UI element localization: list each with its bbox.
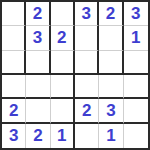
cell-r2c4[interactable] [75,26,99,50]
cell-r6c6[interactable] [124,124,148,148]
cell-r6c5[interactable]: 1 [99,124,123,148]
cell-r1c2[interactable]: 2 [26,2,50,26]
cell-r4c6[interactable] [124,75,148,99]
cell-r6c4[interactable] [75,124,99,148]
cell-r2c3[interactable]: 2 [51,26,75,50]
cell-r2c1[interactable] [2,26,26,50]
cell-r3c1[interactable] [2,51,26,75]
cell-r3c5[interactable] [99,51,123,75]
cell-r5c3[interactable] [51,99,75,123]
cell-r5c5[interactable]: 3 [99,99,123,123]
cell-r6c2[interactable]: 2 [26,124,50,148]
cell-r5c6[interactable] [124,99,148,123]
cell-r4c4[interactable] [75,75,99,99]
cell-r5c1[interactable]: 2 [2,99,26,123]
cell-r5c4[interactable]: 2 [75,99,99,123]
cell-r3c2[interactable] [26,51,50,75]
cell-r1c3[interactable] [51,2,75,26]
cell-r3c6[interactable] [124,51,148,75]
cell-r4c2[interactable] [26,75,50,99]
cell-r1c4[interactable]: 3 [75,2,99,26]
cell-r1c5[interactable]: 2 [99,2,123,26]
cell-r6c3[interactable]: 1 [51,124,75,148]
cell-r1c1[interactable] [2,2,26,26]
cell-r2c6[interactable]: 1 [124,26,148,50]
cell-r4c1[interactable] [2,75,26,99]
cell-r4c3[interactable] [51,75,75,99]
cell-r4c5[interactable] [99,75,123,99]
cell-r5c2[interactable] [26,99,50,123]
cell-r2c5[interactable] [99,26,123,50]
cell-r3c4[interactable] [75,51,99,75]
cell-r2c2[interactable]: 3 [26,26,50,50]
sudoku-board: 23233212233211 [0,0,150,150]
cell-r1c6[interactable]: 3 [124,2,148,26]
cell-r3c3[interactable] [51,51,75,75]
cell-r6c1[interactable]: 3 [2,124,26,148]
